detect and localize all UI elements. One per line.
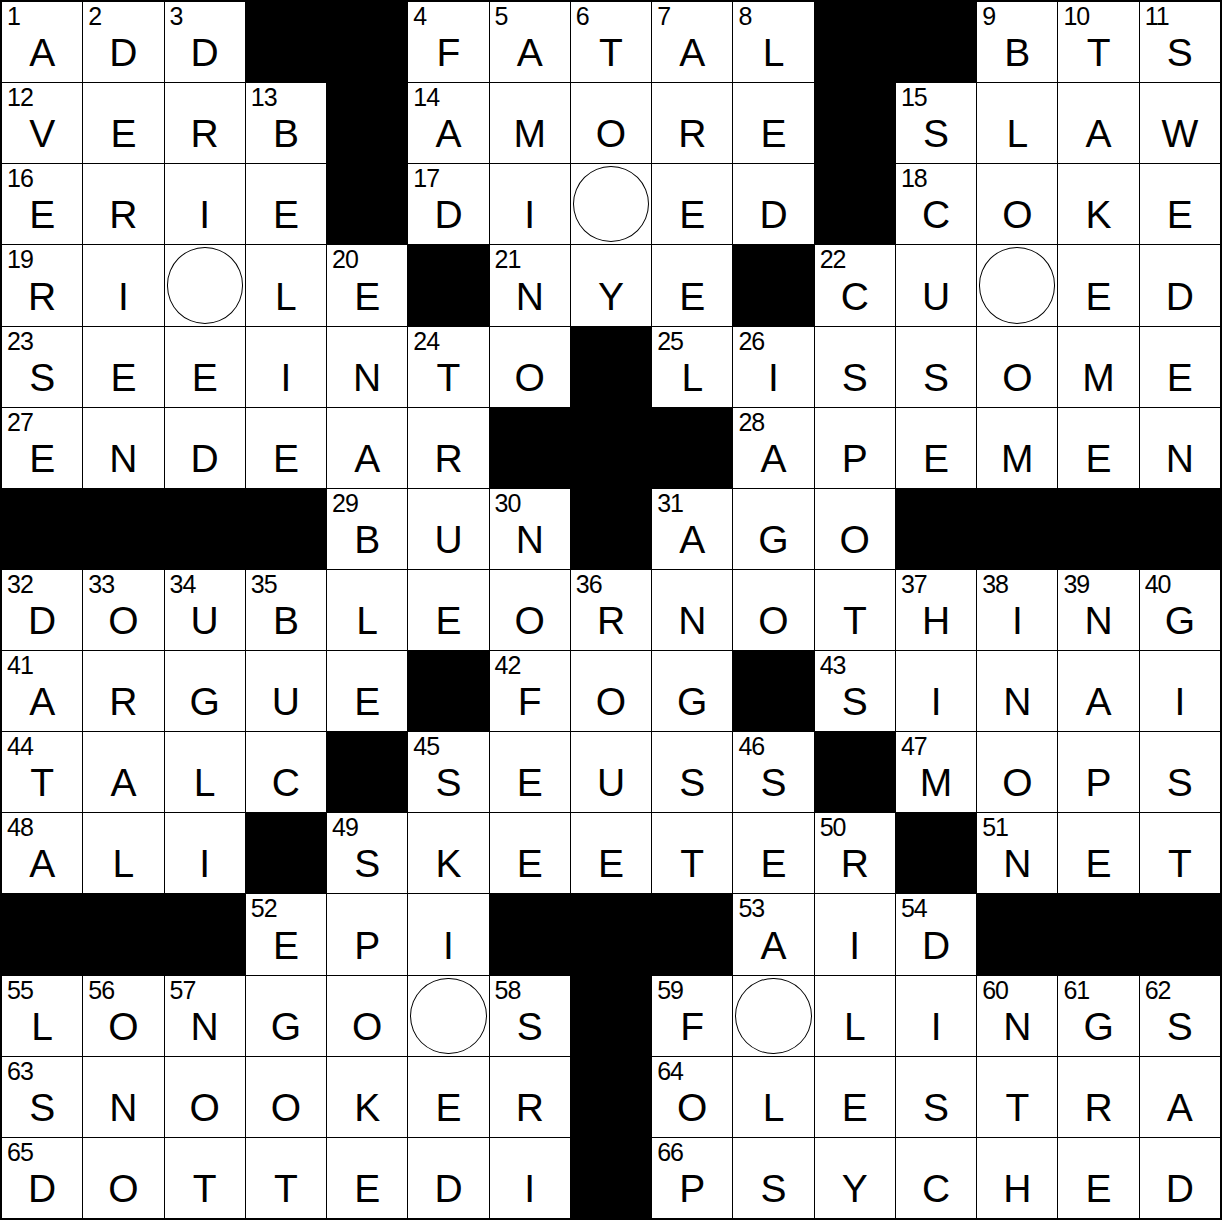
cell-r11c2[interactable]: L (83, 813, 163, 893)
cell-r13c1[interactable]: 55L (2, 976, 82, 1056)
cell-r15c12[interactable]: C (896, 1138, 976, 1218)
cell-letter: I (977, 601, 1057, 640)
cell-r11c6[interactable]: K (408, 813, 488, 893)
circle-marker (573, 166, 649, 242)
cell-letter: A (408, 114, 488, 153)
cell-r3c12[interactable]: 18C (896, 164, 976, 244)
cell-r6c15[interactable]: N (1140, 408, 1220, 488)
clue-number: 64 (657, 1059, 683, 1084)
clue-number: 58 (495, 978, 521, 1003)
cell-r9c11[interactable]: 43S (815, 651, 895, 731)
cell-r9c4[interactable]: U (246, 651, 326, 731)
cell-r12c12[interactable]: 54D (896, 894, 976, 974)
cell-r8c9[interactable]: N (652, 570, 732, 650)
clue-number: 7 (657, 4, 670, 29)
cell-r5c1[interactable]: 23S (2, 327, 82, 407)
cell-letter: E (246, 195, 326, 234)
cell-r8c3[interactable]: 34U (165, 570, 245, 650)
cell-letter: O (83, 1007, 163, 1046)
cell-r6c10[interactable]: 28A (733, 408, 813, 488)
cell-r8c7[interactable]: O (490, 570, 570, 650)
cell-r10c8[interactable]: U (571, 732, 651, 812)
cell-r13c10[interactable] (733, 976, 813, 1056)
black-square (83, 489, 163, 569)
cell-letter: L (327, 601, 407, 640)
clue-number: 41 (7, 653, 33, 678)
cell-r11c14[interactable]: E (1058, 813, 1138, 893)
cell-r15c15[interactable]: D (1140, 1138, 1220, 1218)
cell-r4c7[interactable]: 21N (490, 245, 570, 325)
cell-r1c1[interactable]: 1A (2, 2, 82, 82)
black-square (246, 2, 326, 82)
cell-r14c11[interactable]: E (815, 1057, 895, 1137)
black-square (815, 164, 895, 244)
cell-letter: O (571, 682, 651, 721)
cell-letter: O (977, 358, 1057, 397)
cell-r11c11[interactable]: 50R (815, 813, 895, 893)
cell-r7c11[interactable]: O (815, 489, 895, 569)
cell-r10c2[interactable]: A (83, 732, 163, 812)
cell-r2c4[interactable]: 13B (246, 83, 326, 163)
cell-r13c14[interactable]: 61G (1058, 976, 1138, 1056)
cell-letter: F (652, 1007, 732, 1046)
cell-r9c7[interactable]: 42F (490, 651, 570, 731)
cell-r2c2[interactable]: E (83, 83, 163, 163)
cell-r8c10[interactable]: O (733, 570, 813, 650)
cell-r1c9[interactable]: 7A (652, 2, 732, 82)
cell-r14c14[interactable]: R (1058, 1057, 1138, 1137)
cell-r8c14[interactable]: 39N (1058, 570, 1138, 650)
cell-letter: L (977, 114, 1057, 153)
cell-r5c10[interactable]: 26I (733, 327, 813, 407)
cell-r11c10[interactable]: E (733, 813, 813, 893)
cell-r8c13[interactable]: 38I (977, 570, 1057, 650)
clue-number: 47 (901, 734, 927, 759)
cell-r8c11[interactable]: T (815, 570, 895, 650)
cell-r4c3[interactable] (165, 245, 245, 325)
cell-r14c7[interactable]: R (490, 1057, 570, 1137)
cell-r13c3[interactable]: 57N (165, 976, 245, 1056)
clue-number: 59 (657, 978, 683, 1003)
cell-r1c6[interactable]: 4F (408, 2, 488, 82)
cell-r10c14[interactable]: P (1058, 732, 1138, 812)
cell-r10c7[interactable]: E (490, 732, 570, 812)
cell-r12c10[interactable]: 53A (733, 894, 813, 974)
cell-letter: T (246, 1169, 326, 1208)
clue-number: 3 (170, 4, 183, 29)
cell-letter: T (652, 844, 732, 883)
cell-r11c5[interactable]: 49S (327, 813, 407, 893)
cell-letter: U (408, 520, 488, 559)
cell-r15c9[interactable]: 66P (652, 1138, 732, 1218)
cell-r6c11[interactable]: P (815, 408, 895, 488)
clue-number: 55 (7, 978, 33, 1003)
clue-number: 65 (7, 1140, 33, 1165)
cell-r8c4[interactable]: 35B (246, 570, 326, 650)
cell-letter: G (1058, 1007, 1138, 1046)
cell-r4c14[interactable]: E (1058, 245, 1138, 325)
cell-r5c6[interactable]: 24T (408, 327, 488, 407)
cell-letter: S (896, 114, 976, 153)
cell-r3c1[interactable]: 16E (2, 164, 82, 244)
cell-letter: S (896, 1088, 976, 1127)
cell-r1c8[interactable]: 6T (571, 2, 651, 82)
cell-r1c7[interactable]: 5A (490, 2, 570, 82)
cell-r6c2[interactable]: N (83, 408, 163, 488)
cell-r13c5[interactable]: O (327, 976, 407, 1056)
cell-r6c14[interactable]: E (1058, 408, 1138, 488)
cell-r8c15[interactable]: 40G (1140, 570, 1220, 650)
cell-r4c1[interactable]: 19R (2, 245, 82, 325)
cell-r10c13[interactable]: O (977, 732, 1057, 812)
cell-letter: I (246, 358, 326, 397)
cell-r3c8[interactable] (571, 164, 651, 244)
cell-r4c8[interactable]: Y (571, 245, 651, 325)
cell-r14c1[interactable]: 63S (2, 1057, 82, 1137)
cell-r5c9[interactable]: 25L (652, 327, 732, 407)
cell-r6c4[interactable]: E (246, 408, 326, 488)
cell-letter: A (1058, 682, 1138, 721)
cell-r9c1[interactable]: 41A (2, 651, 82, 731)
cell-r4c5[interactable]: 20E (327, 245, 407, 325)
cell-r14c13[interactable]: T (977, 1057, 1057, 1137)
cell-r6c1[interactable]: 27E (2, 408, 82, 488)
cell-r13c4[interactable]: G (246, 976, 326, 1056)
black-square (815, 732, 895, 812)
cell-r6c12[interactable]: E (896, 408, 976, 488)
clue-number: 5 (495, 4, 508, 29)
cell-letter: E (571, 844, 651, 883)
cell-r5c3[interactable]: E (165, 327, 245, 407)
cell-r1c10[interactable]: 8L (733, 2, 813, 82)
cell-r4c13[interactable] (977, 245, 1057, 325)
cell-r14c10[interactable]: L (733, 1057, 813, 1137)
cell-letter: R (2, 277, 82, 316)
cell-r10c10[interactable]: 46S (733, 732, 813, 812)
cell-r13c11[interactable]: L (815, 976, 895, 1056)
cell-r13c15[interactable]: 62S (1140, 976, 1220, 1056)
cell-r5c7[interactable]: O (490, 327, 570, 407)
cell-r3c7[interactable]: I (490, 164, 570, 244)
cell-r3c14[interactable]: K (1058, 164, 1138, 244)
clue-number: 60 (982, 978, 1008, 1003)
cell-letter: N (327, 358, 407, 397)
cell-r15c2[interactable]: O (83, 1138, 163, 1218)
cell-r12c6[interactable]: I (408, 894, 488, 974)
cell-r15c13[interactable]: H (977, 1138, 1057, 1218)
cell-letter: O (490, 601, 570, 640)
cell-letter: C (896, 1169, 976, 1208)
cell-r14c5[interactable]: K (327, 1057, 407, 1137)
cell-letter: P (1058, 763, 1138, 802)
cell-r11c7[interactable]: E (490, 813, 570, 893)
cell-r2c3[interactable]: R (165, 83, 245, 163)
cell-letter: E (165, 358, 245, 397)
cell-r3c4[interactable]: E (246, 164, 326, 244)
cell-letter: E (327, 277, 407, 316)
cell-r14c9[interactable]: 64O (652, 1057, 732, 1137)
cell-r2c7[interactable]: M (490, 83, 570, 163)
cell-r6c5[interactable]: A (327, 408, 407, 488)
cell-letter: O (246, 1088, 326, 1127)
cell-r15c3[interactable]: T (165, 1138, 245, 1218)
cell-letter: D (408, 1169, 488, 1208)
cell-letter: O (83, 601, 163, 640)
cell-r15c11[interactable]: Y (815, 1138, 895, 1218)
cell-letter: I (733, 358, 813, 397)
clue-number: 20 (332, 247, 358, 272)
cell-r2c6[interactable]: 14A (408, 83, 488, 163)
clue-number: 61 (1063, 978, 1089, 1003)
clue-number: 23 (7, 329, 33, 354)
cell-letter: I (83, 277, 163, 316)
cell-r9c8[interactable]: O (571, 651, 651, 731)
cell-letter: E (83, 114, 163, 153)
cell-r15c7[interactable]: I (490, 1138, 570, 1218)
cell-r11c13[interactable]: 51N (977, 813, 1057, 893)
cell-letter: F (408, 33, 488, 72)
cell-r11c3[interactable]: I (165, 813, 245, 893)
cell-r9c5[interactable]: E (327, 651, 407, 731)
cell-letter: L (165, 763, 245, 802)
cell-letter: R (1058, 1088, 1138, 1127)
cell-r6c13[interactable]: M (977, 408, 1057, 488)
cell-letter: F (490, 682, 570, 721)
cell-r5c14[interactable]: M (1058, 327, 1138, 407)
cell-r13c13[interactable]: 60N (977, 976, 1057, 1056)
cell-r4c2[interactable]: I (83, 245, 163, 325)
cell-r9c3[interactable]: G (165, 651, 245, 731)
cell-r8c12[interactable]: 37H (896, 570, 976, 650)
circle-marker (410, 978, 486, 1054)
cell-letter: O (83, 1169, 163, 1208)
cell-r5c13[interactable]: O (977, 327, 1057, 407)
cell-r10c1[interactable]: 44T (2, 732, 82, 812)
cell-r12c11[interactable]: I (815, 894, 895, 974)
cell-letter: S (815, 358, 895, 397)
clue-number: 44 (7, 734, 33, 759)
clue-number: 10 (1063, 4, 1089, 29)
cell-letter: E (2, 195, 82, 234)
cell-letter: I (165, 195, 245, 234)
black-square (571, 976, 651, 1056)
cell-r5c4[interactable]: I (246, 327, 326, 407)
cell-r13c12[interactable]: I (896, 976, 976, 1056)
clue-number: 1 (7, 4, 20, 29)
cell-r11c9[interactable]: T (652, 813, 732, 893)
cell-r13c9[interactable]: 59F (652, 976, 732, 1056)
cell-r13c7[interactable]: 58S (490, 976, 570, 1056)
cell-r10c15[interactable]: S (1140, 732, 1220, 812)
cell-r4c11[interactable]: 22C (815, 245, 895, 325)
cell-r8c8[interactable]: 36R (571, 570, 651, 650)
black-square (490, 408, 570, 488)
cell-r2c10[interactable]: E (733, 83, 813, 163)
cell-r11c15[interactable]: T (1140, 813, 1220, 893)
cell-r8c5[interactable]: L (327, 570, 407, 650)
clue-number: 54 (901, 896, 927, 921)
cell-r1c13[interactable]: 9B (977, 2, 1057, 82)
cell-r8c2[interactable]: 33O (83, 570, 163, 650)
cell-r7c7[interactable]: 30N (490, 489, 570, 569)
cell-r4c9[interactable]: E (652, 245, 732, 325)
cell-r5c12[interactable]: S (896, 327, 976, 407)
black-square (815, 83, 895, 163)
cell-letter: S (1140, 33, 1220, 72)
cell-r14c3[interactable]: O (165, 1057, 245, 1137)
cell-r13c6[interactable] (408, 976, 488, 1056)
cell-r2c12[interactable]: 15S (896, 83, 976, 163)
clue-number: 35 (251, 572, 277, 597)
cell-r13c2[interactable]: 56O (83, 976, 163, 1056)
black-square (815, 2, 895, 82)
cell-letter: D (733, 195, 813, 234)
cell-r14c4[interactable]: O (246, 1057, 326, 1137)
cell-r3c9[interactable]: E (652, 164, 732, 244)
cell-letter: D (2, 1169, 82, 1208)
cell-r2c14[interactable]: A (1058, 83, 1138, 163)
cell-letter: E (652, 195, 732, 234)
cell-letter: S (733, 1169, 813, 1208)
cell-r15c14[interactable]: E (1058, 1138, 1138, 1218)
clue-number: 43 (820, 653, 846, 678)
clue-number: 32 (7, 572, 33, 597)
cell-r4c15[interactable]: D (1140, 245, 1220, 325)
cell-r1c15[interactable]: 11S (1140, 2, 1220, 82)
cell-letter: E (327, 682, 407, 721)
cell-r2c9[interactable]: R (652, 83, 732, 163)
cell-r15c5[interactable]: E (327, 1138, 407, 1218)
cell-r12c5[interactable]: P (327, 894, 407, 974)
cell-letter: M (896, 763, 976, 802)
black-square (165, 489, 245, 569)
cell-letter: G (652, 682, 732, 721)
black-square (408, 245, 488, 325)
black-square (1140, 489, 1220, 569)
cell-r2c1[interactable]: 12V (2, 83, 82, 163)
cell-letter: H (977, 1169, 1057, 1208)
cell-letter: N (1058, 601, 1138, 640)
cell-letter: G (165, 682, 245, 721)
clue-number: 2 (88, 4, 101, 29)
cell-letter: D (2, 601, 82, 640)
cell-letter: E (652, 277, 732, 316)
cell-r14c12[interactable]: S (896, 1057, 976, 1137)
cell-letter: E (490, 763, 570, 802)
cell-r5c5[interactable]: N (327, 327, 407, 407)
clue-number: 27 (7, 410, 33, 435)
cell-r3c3[interactable]: I (165, 164, 245, 244)
cell-letter: V (2, 114, 82, 153)
cell-r10c9[interactable]: S (652, 732, 732, 812)
cell-letter: K (408, 844, 488, 883)
cell-r9c2[interactable]: R (83, 651, 163, 731)
cell-r9c14[interactable]: A (1058, 651, 1138, 731)
cell-letter: O (165, 1088, 245, 1127)
cell-r9c12[interactable]: I (896, 651, 976, 731)
cell-r3c6[interactable]: 17D (408, 164, 488, 244)
black-square (1140, 894, 1220, 974)
cell-r11c8[interactable]: E (571, 813, 651, 893)
cell-r15c1[interactable]: 65D (2, 1138, 82, 1218)
cell-r7c5[interactable]: 29B (327, 489, 407, 569)
clue-number: 13 (251, 85, 277, 110)
cell-r12c4[interactable]: 52E (246, 894, 326, 974)
clue-number: 25 (657, 329, 683, 354)
cell-r5c15[interactable]: E (1140, 327, 1220, 407)
cell-r9c15[interactable]: I (1140, 651, 1220, 731)
black-square (327, 164, 407, 244)
cell-letter: M (490, 114, 570, 153)
cell-r6c6[interactable]: R (408, 408, 488, 488)
cell-r2c15[interactable]: W (1140, 83, 1220, 163)
cell-r14c15[interactable]: A (1140, 1057, 1220, 1137)
cell-letter: E (815, 1088, 895, 1127)
cell-r3c13[interactable]: O (977, 164, 1057, 244)
cell-letter: A (490, 33, 570, 72)
cell-r10c3[interactable]: L (165, 732, 245, 812)
cell-letter: I (815, 926, 895, 965)
cell-r1c14[interactable]: 10T (1058, 2, 1138, 82)
cell-r5c11[interactable]: S (815, 327, 895, 407)
cell-letter: B (246, 601, 326, 640)
cell-r3c2[interactable]: R (83, 164, 163, 244)
black-square (83, 894, 163, 974)
cell-r5c2[interactable]: E (83, 327, 163, 407)
cell-r3c15[interactable]: E (1140, 164, 1220, 244)
cell-r7c10[interactable]: G (733, 489, 813, 569)
cell-r10c6[interactable]: 45S (408, 732, 488, 812)
cell-r11c1[interactable]: 48A (2, 813, 82, 893)
cell-r1c2[interactable]: 2D (83, 2, 163, 82)
cell-r2c8[interactable]: O (571, 83, 651, 163)
cell-r2c13[interactable]: L (977, 83, 1057, 163)
cell-r1c3[interactable]: 3D (165, 2, 245, 82)
cell-r4c4[interactable]: L (246, 245, 326, 325)
cell-r15c4[interactable]: T (246, 1138, 326, 1218)
cell-letter: S (327, 844, 407, 883)
cell-letter: T (408, 358, 488, 397)
cell-letter: T (1140, 844, 1220, 883)
cell-r10c12[interactable]: 47M (896, 732, 976, 812)
black-square (1058, 894, 1138, 974)
cell-r3c10[interactable]: D (733, 164, 813, 244)
black-square (1058, 489, 1138, 569)
cell-r8c1[interactable]: 32D (2, 570, 82, 650)
cell-letter: E (246, 439, 326, 478)
cell-r8c6[interactable]: E (408, 570, 488, 650)
clue-number: 45 (413, 734, 439, 759)
cell-r15c6[interactable]: D (408, 1138, 488, 1218)
cell-letter: O (652, 1088, 732, 1127)
cell-r10c4[interactable]: C (246, 732, 326, 812)
cell-r7c6[interactable]: U (408, 489, 488, 569)
cell-letter: L (246, 277, 326, 316)
cell-r7c9[interactable]: 31A (652, 489, 732, 569)
cell-r4c12[interactable]: U (896, 245, 976, 325)
cell-r9c9[interactable]: G (652, 651, 732, 731)
cell-r15c10[interactable]: S (733, 1138, 813, 1218)
cell-r14c6[interactable]: E (408, 1057, 488, 1137)
cell-r6c3[interactable]: D (165, 408, 245, 488)
cell-r14c2[interactable]: N (83, 1057, 163, 1137)
cell-letter: A (1058, 114, 1138, 153)
cell-letter: E (733, 114, 813, 153)
cell-letter: A (2, 844, 82, 883)
cell-letter: M (1058, 358, 1138, 397)
cell-r9c13[interactable]: N (977, 651, 1057, 731)
cell-letter: N (490, 520, 570, 559)
